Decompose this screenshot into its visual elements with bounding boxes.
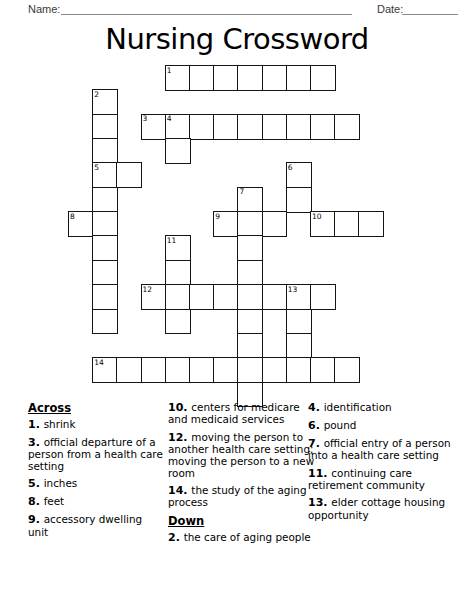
cell-r12c4[interactable] bbox=[165, 357, 191, 383]
cell-r2c3[interactable]: 3 bbox=[141, 114, 167, 140]
cell-r9c6[interactable] bbox=[213, 284, 239, 310]
clue-number-label: 4. bbox=[308, 401, 324, 414]
clue-down-6: 6. pound bbox=[308, 420, 468, 432]
clue-number-label: 11. bbox=[308, 467, 331, 480]
cell-r0c7[interactable] bbox=[237, 65, 263, 91]
clue-across-12: 12. moving the person to another health … bbox=[168, 432, 315, 480]
cell-r2c11[interactable] bbox=[334, 114, 360, 140]
cell-r2c10[interactable] bbox=[310, 114, 336, 140]
clue-number: 12 bbox=[143, 285, 153, 294]
cell-r12c8[interactable] bbox=[262, 357, 288, 383]
cell-r2c5[interactable] bbox=[189, 114, 215, 140]
date-blank-line[interactable] bbox=[402, 14, 458, 15]
cell-r8c4[interactable] bbox=[165, 260, 191, 286]
cell-r12c3[interactable] bbox=[141, 357, 167, 383]
clue-number: 1 bbox=[167, 66, 172, 75]
cell-r9c8[interactable] bbox=[262, 284, 288, 310]
cell-r6c7[interactable] bbox=[237, 211, 263, 237]
clue-down-4: 4. identification bbox=[308, 402, 468, 414]
clue-down-7: 7. official entry of a person into a hea… bbox=[308, 438, 468, 462]
crossword-grid: 1234567891011121314 bbox=[68, 65, 383, 406]
cell-r12c11[interactable] bbox=[334, 357, 360, 383]
cell-r4c2[interactable] bbox=[116, 162, 142, 188]
cell-r6c12[interactable] bbox=[358, 211, 384, 237]
cell-r3c1[interactable] bbox=[92, 138, 118, 164]
cell-r5c9[interactable] bbox=[286, 187, 312, 213]
cell-r0c8[interactable] bbox=[262, 65, 288, 91]
cell-r12c9[interactable] bbox=[286, 357, 312, 383]
clue-number-label: 9. bbox=[28, 513, 44, 526]
clue-down-11: 11. continuing care retirement community bbox=[308, 468, 468, 492]
clues-column-1: Across1. shrink3. official departure of … bbox=[28, 402, 164, 544]
page-title: Nursing Crossword bbox=[0, 22, 474, 56]
cell-r10c7[interactable] bbox=[237, 309, 263, 335]
cell-r7c1[interactable] bbox=[92, 235, 118, 261]
cell-r6c1[interactable] bbox=[92, 211, 118, 237]
clue-across-10: 10. centers for medicare and medicaid se… bbox=[168, 402, 315, 426]
date-label: Date: bbox=[377, 3, 403, 15]
cell-r2c4[interactable]: 4 bbox=[165, 114, 191, 140]
clue-number-label: 13. bbox=[308, 496, 331, 509]
cell-r2c7[interactable] bbox=[237, 114, 263, 140]
clue-number: 7 bbox=[239, 187, 244, 196]
clues-column-3: 4. identification6. pound7. official ent… bbox=[308, 402, 468, 527]
clue-across-1: 1. shrink bbox=[28, 419, 164, 431]
clue-across-5: 5. inches bbox=[28, 478, 164, 490]
clue-number-label: 10. bbox=[168, 401, 191, 414]
cell-r5c7[interactable]: 7 bbox=[237, 187, 263, 213]
clue-across-9: 9. accessory dwelling unit bbox=[28, 514, 164, 538]
cell-r9c3[interactable]: 12 bbox=[141, 284, 167, 310]
cell-r10c4[interactable] bbox=[165, 309, 191, 335]
clue-across-14: 14. the study of the aging process bbox=[168, 485, 315, 509]
clue-number-label: 7. bbox=[308, 437, 324, 450]
clues-column-2: 10. centers for medicare and medicaid se… bbox=[168, 402, 315, 549]
clue-down-2: 2. the care of aging people bbox=[168, 532, 315, 544]
cell-r10c1[interactable] bbox=[92, 309, 118, 335]
cell-r9c9[interactable]: 13 bbox=[286, 284, 312, 310]
cell-r5c1[interactable] bbox=[92, 187, 118, 213]
cell-r3c4[interactable] bbox=[165, 138, 191, 164]
cell-r12c10[interactable] bbox=[310, 357, 336, 383]
clue-number-label: 8. bbox=[28, 495, 44, 508]
clue-number: 8 bbox=[70, 212, 75, 221]
cell-r9c7[interactable] bbox=[237, 284, 263, 310]
cell-r2c6[interactable] bbox=[213, 114, 239, 140]
cell-r12c2[interactable] bbox=[116, 357, 142, 383]
clue-number: 5 bbox=[94, 163, 99, 172]
clue-number-label: 6. bbox=[308, 419, 324, 432]
clue-number: 13 bbox=[288, 285, 298, 294]
cell-r7c7[interactable] bbox=[237, 235, 263, 261]
clue-number: 2 bbox=[94, 90, 99, 99]
clue-number-label: 5. bbox=[28, 477, 44, 490]
clue-number: 9 bbox=[215, 212, 220, 221]
clue-number: 10 bbox=[312, 212, 322, 221]
cell-r6c10[interactable]: 10 bbox=[310, 211, 336, 237]
cell-r7c4[interactable]: 11 bbox=[165, 235, 191, 261]
clue-number: 3 bbox=[143, 114, 148, 123]
worksheet-page: Name: Date: Nursing Crossword 1234567891… bbox=[0, 0, 474, 613]
cell-r2c1[interactable] bbox=[92, 114, 118, 140]
clue-number: 14 bbox=[94, 358, 104, 367]
cell-r11c7[interactable] bbox=[237, 333, 263, 359]
cell-r0c10[interactable] bbox=[310, 65, 336, 91]
cell-r1c1[interactable]: 2 bbox=[92, 89, 118, 115]
cell-r9c10[interactable] bbox=[310, 284, 336, 310]
cell-r6c11[interactable] bbox=[334, 211, 360, 237]
clue-down-13: 13. elder cottage housing opportunity bbox=[308, 497, 468, 521]
cell-r9c1[interactable] bbox=[92, 284, 118, 310]
clue-number: 6 bbox=[288, 163, 293, 172]
cell-r12c5[interactable] bbox=[189, 357, 215, 383]
cell-r10c9[interactable] bbox=[286, 309, 312, 335]
clue-across-3: 3. official departure of a person from a… bbox=[28, 437, 164, 473]
cell-r4c9[interactable]: 6 bbox=[286, 162, 312, 188]
cell-r12c6[interactable] bbox=[213, 357, 239, 383]
name-blank-line[interactable] bbox=[61, 14, 352, 15]
clue-number-label: 12. bbox=[168, 431, 191, 444]
clue-number: 11 bbox=[167, 236, 177, 245]
clue-heading-across: Across bbox=[28, 402, 164, 415]
clue-number: 4 bbox=[167, 114, 172, 123]
clue-number-label: 1. bbox=[28, 418, 44, 431]
cell-r0c5[interactable] bbox=[189, 65, 215, 91]
clue-number-label: 14. bbox=[168, 484, 191, 497]
cell-r0c6[interactable] bbox=[213, 65, 239, 91]
clue-number-label: 3. bbox=[28, 436, 44, 449]
cell-r12c1[interactable]: 14 bbox=[92, 357, 118, 383]
cell-r9c4[interactable] bbox=[165, 284, 191, 310]
cell-r11c9[interactable] bbox=[286, 333, 312, 359]
name-label: Name: bbox=[28, 3, 60, 15]
clue-number-label: 2. bbox=[168, 531, 184, 544]
cell-r6c8[interactable] bbox=[262, 211, 288, 237]
cell-r0c9[interactable] bbox=[286, 65, 312, 91]
cell-r9c5[interactable] bbox=[189, 284, 215, 310]
cell-r6c6[interactable]: 9 bbox=[213, 211, 239, 237]
cell-r2c9[interactable] bbox=[286, 114, 312, 140]
cell-r4c1[interactable]: 5 bbox=[92, 162, 118, 188]
clue-across-8: 8. feet bbox=[28, 496, 164, 508]
cell-r2c8[interactable] bbox=[262, 114, 288, 140]
cell-r8c1[interactable] bbox=[92, 260, 118, 286]
cell-r0c4[interactable]: 1 bbox=[165, 65, 191, 91]
cell-r6c0[interactable]: 8 bbox=[68, 211, 94, 237]
cell-r12c7[interactable] bbox=[237, 357, 263, 383]
cell-r8c7[interactable] bbox=[237, 260, 263, 286]
clue-heading-down: Down bbox=[168, 515, 315, 528]
